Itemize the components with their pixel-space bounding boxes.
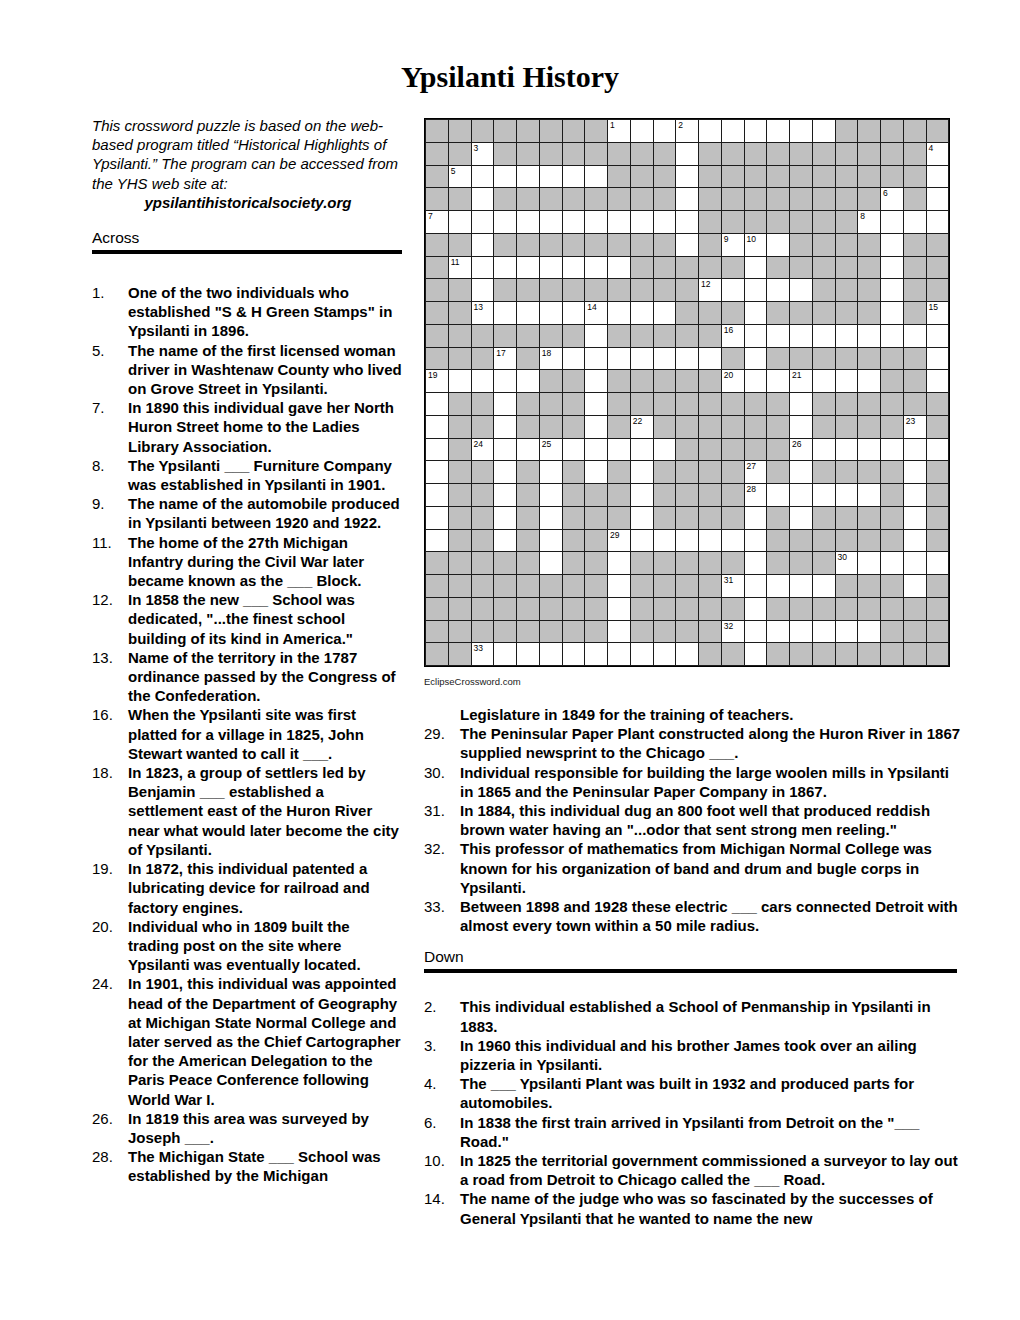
grid-cell[interactable] — [836, 370, 858, 392]
grid-cell[interactable] — [517, 257, 539, 279]
grid-block-cell — [858, 598, 880, 620]
grid-cell[interactable]: 28 — [745, 484, 767, 506]
grid-cell[interactable]: 22 — [631, 416, 653, 438]
grid-block-cell — [472, 484, 494, 506]
grid-cell[interactable] — [813, 439, 835, 461]
grid-block-cell — [858, 234, 880, 256]
grid-cell[interactable]: 3 — [472, 143, 494, 165]
grid-cell[interactable] — [699, 120, 721, 142]
grid-block-cell — [699, 302, 721, 324]
grid-cell[interactable] — [517, 211, 539, 233]
grid-cell[interactable] — [904, 575, 926, 597]
grid-block-cell — [654, 143, 676, 165]
grid-block-cell — [858, 279, 880, 301]
grid-block-cell — [608, 325, 630, 347]
grid-block-cell — [745, 188, 767, 210]
grid-cell[interactable]: 2 — [676, 120, 698, 142]
grid-cell[interactable] — [676, 211, 698, 233]
grid-cell[interactable] — [654, 643, 676, 665]
grid-cell[interactable]: 25 — [540, 439, 562, 461]
grid-cell[interactable] — [494, 507, 516, 529]
grid-cell[interactable] — [608, 643, 630, 665]
grid-cell[interactable] — [745, 530, 767, 552]
grid-cell[interactable] — [767, 325, 789, 347]
grid-cell[interactable] — [927, 166, 949, 188]
grid-block-cell — [722, 302, 744, 324]
clue-item: 8.The Ypsilanti ___ Furniture Company wa… — [92, 456, 403, 494]
grid-cell[interactable] — [722, 530, 744, 552]
grid-cell[interactable] — [517, 370, 539, 392]
grid-cell[interactable] — [745, 302, 767, 324]
grid-block-cell — [426, 120, 448, 142]
grid-cell[interactable] — [494, 257, 516, 279]
grid-cell[interactable]: 20 — [722, 370, 744, 392]
grid-cell[interactable] — [676, 530, 698, 552]
grid-cell[interactable] — [881, 257, 903, 279]
grid-cell[interactable] — [585, 166, 607, 188]
grid-cell[interactable] — [608, 257, 630, 279]
grid-cell[interactable] — [540, 552, 562, 574]
grid-cell[interactable] — [472, 257, 494, 279]
grid-cell[interactable] — [540, 211, 562, 233]
grid-block-cell — [540, 416, 562, 438]
grid-block-cell — [904, 348, 926, 370]
grid-cell[interactable] — [927, 188, 949, 210]
grid-cell[interactable] — [813, 575, 835, 597]
grid-cell[interactable] — [631, 439, 653, 461]
grid-cell[interactable]: 5 — [449, 166, 471, 188]
grid-block-cell — [631, 621, 653, 643]
grid-block-cell — [472, 598, 494, 620]
grid-block-cell — [608, 188, 630, 210]
clue-item: 7.In 1890 this individual gave her North… — [92, 398, 403, 456]
grid-cell[interactable] — [654, 348, 676, 370]
grid-cell[interactable] — [813, 370, 835, 392]
grid-cell[interactable] — [517, 302, 539, 324]
grid-cell[interactable] — [540, 643, 562, 665]
grid-block-cell — [722, 257, 744, 279]
grid-cell[interactable] — [585, 370, 607, 392]
grid-cell[interactable] — [608, 348, 630, 370]
grid-block-cell — [676, 257, 698, 279]
clue-number-label: 23 — [906, 416, 915, 426]
grid-block-cell — [767, 188, 789, 210]
grid-cell[interactable] — [836, 325, 858, 347]
grid-cell[interactable] — [608, 575, 630, 597]
grid-cell[interactable] — [631, 348, 653, 370]
grid-cell[interactable] — [927, 211, 949, 233]
grid-block-cell — [836, 416, 858, 438]
grid-block-cell — [881, 507, 903, 529]
grid-cell[interactable] — [540, 166, 562, 188]
grid-cell[interactable] — [881, 279, 903, 301]
grid-block-cell — [563, 279, 585, 301]
grid-cell[interactable] — [608, 598, 630, 620]
grid-block-cell — [813, 643, 835, 665]
grid-cell[interactable]: 15 — [927, 302, 949, 324]
grid-cell[interactable] — [608, 439, 630, 461]
grid-cell[interactable] — [494, 393, 516, 415]
grid-cell[interactable] — [927, 348, 949, 370]
grid-cell[interactable]: 27 — [745, 461, 767, 483]
grid-cell[interactable] — [449, 211, 471, 233]
grid-cell[interactable] — [745, 575, 767, 597]
grid-cell[interactable]: 7 — [426, 211, 448, 233]
grid-cell[interactable] — [790, 575, 812, 597]
grid-cell[interactable] — [517, 643, 539, 665]
grid-cell[interactable] — [494, 370, 516, 392]
grid-cell[interactable] — [745, 552, 767, 574]
grid-block-cell — [426, 143, 448, 165]
grid-cell[interactable] — [790, 279, 812, 301]
grid-cell[interactable]: 29 — [608, 530, 630, 552]
grid-cell[interactable] — [426, 416, 448, 438]
grid-cell[interactable] — [767, 484, 789, 506]
grid-cell[interactable] — [472, 166, 494, 188]
grid-cell[interactable] — [631, 507, 653, 529]
grid-cell[interactable] — [494, 416, 516, 438]
grid-cell[interactable]: 26 — [790, 439, 812, 461]
grid-cell[interactable] — [426, 393, 448, 415]
grid-cell[interactable] — [540, 461, 562, 483]
grid-cell[interactable] — [927, 370, 949, 392]
grid-cell[interactable] — [563, 166, 585, 188]
clue-number: 4. — [424, 1074, 460, 1093]
grid-cell[interactable] — [472, 188, 494, 210]
grid-cell[interactable]: 10 — [745, 234, 767, 256]
grid-cell[interactable] — [745, 348, 767, 370]
grid-cell[interactable] — [654, 302, 676, 324]
grid-cell[interactable] — [563, 211, 585, 233]
grid-cell[interactable] — [836, 621, 858, 643]
grid-cell[interactable] — [881, 325, 903, 347]
grid-cell[interactable] — [767, 279, 789, 301]
grid-cell[interactable]: 6 — [881, 188, 903, 210]
grid-cell[interactable] — [722, 120, 744, 142]
grid-block-cell — [699, 507, 721, 529]
clue-item: 32.This professor of mathematics from Mi… — [424, 839, 961, 897]
down-clue-list: 2.This individual established a School o… — [424, 997, 961, 1227]
grid-cell[interactable] — [767, 621, 789, 643]
grid-cell[interactable] — [517, 439, 539, 461]
grid-cell[interactable] — [904, 461, 926, 483]
grid-cell[interactable] — [608, 621, 630, 643]
grid-cell[interactable] — [631, 643, 653, 665]
grid-block-cell — [654, 393, 676, 415]
grid-cell[interactable] — [790, 461, 812, 483]
grid-cell[interactable] — [790, 484, 812, 506]
grid-cell[interactable] — [608, 552, 630, 574]
grid-block-cell — [426, 348, 448, 370]
grid-cell[interactable] — [858, 439, 880, 461]
grid-cell[interactable] — [881, 552, 903, 574]
grid-cell[interactable] — [790, 621, 812, 643]
grid-cell[interactable]: 4 — [927, 143, 949, 165]
grid-cell[interactable]: 9 — [722, 234, 744, 256]
grid-cell[interactable] — [858, 325, 880, 347]
grid-block-cell — [699, 643, 721, 665]
grid-block-cell — [608, 393, 630, 415]
clue-text: The name of the automobile produced in Y… — [128, 494, 403, 532]
grid-cell[interactable] — [472, 234, 494, 256]
clue-number: 14. — [424, 1189, 460, 1208]
grid-block-cell — [881, 120, 903, 142]
grid-cell[interactable] — [608, 302, 630, 324]
grid-cell[interactable] — [540, 507, 562, 529]
grid-cell[interactable] — [790, 325, 812, 347]
grid-cell[interactable] — [563, 348, 585, 370]
grid-block-cell — [449, 530, 471, 552]
grid-cell[interactable]: 30 — [836, 552, 858, 574]
grid-cell[interactable] — [631, 484, 653, 506]
grid-cell[interactable] — [676, 643, 698, 665]
grid-cell[interactable] — [904, 484, 926, 506]
grid-block-cell — [722, 166, 744, 188]
clue-item: 14.The name of the judge who was so fasc… — [424, 1189, 961, 1227]
grid-block-cell — [449, 416, 471, 438]
grid-cell[interactable] — [904, 325, 926, 347]
grid-cell[interactable] — [767, 234, 789, 256]
grid-cell[interactable] — [608, 211, 630, 233]
grid-cell[interactable] — [585, 393, 607, 415]
grid-cell[interactable]: 8 — [858, 211, 880, 233]
grid-cell[interactable] — [426, 530, 448, 552]
grid-cell[interactable] — [585, 643, 607, 665]
grid-block-cell — [745, 211, 767, 233]
grid-cell[interactable] — [699, 530, 721, 552]
grid-block-cell — [563, 234, 585, 256]
grid-cell[interactable] — [631, 302, 653, 324]
grid-cell[interactable] — [585, 325, 607, 347]
grid-block-cell — [699, 325, 721, 347]
grid-cell[interactable]: 33 — [472, 643, 494, 665]
grid-cell[interactable]: 18 — [540, 348, 562, 370]
grid-cell[interactable] — [790, 120, 812, 142]
grid-cell[interactable] — [426, 507, 448, 529]
grid-block-cell — [494, 279, 516, 301]
grid-cell[interactable] — [654, 530, 676, 552]
grid-cell[interactable] — [904, 439, 926, 461]
grid-cell[interactable] — [745, 279, 767, 301]
grid-cell[interactable] — [494, 439, 516, 461]
grid-cell[interactable] — [904, 211, 926, 233]
grid-cell[interactable] — [676, 348, 698, 370]
grid-block-cell — [927, 279, 949, 301]
grid-cell[interactable] — [858, 370, 880, 392]
grid-block-cell — [790, 643, 812, 665]
grid-block-cell — [676, 461, 698, 483]
grid-block-cell — [472, 621, 494, 643]
grid-cell[interactable]: 16 — [722, 325, 744, 347]
grid-cell[interactable] — [813, 120, 835, 142]
grid-cell[interactable] — [426, 461, 448, 483]
grid-cell[interactable] — [472, 211, 494, 233]
grid-block-cell — [813, 166, 835, 188]
grid-block-cell — [904, 598, 926, 620]
grid-cell[interactable] — [585, 461, 607, 483]
grid-block-cell — [540, 143, 562, 165]
grid-block-cell — [767, 143, 789, 165]
grid-cell[interactable] — [813, 484, 835, 506]
grid-cell[interactable] — [790, 393, 812, 415]
grid-cell[interactable] — [881, 211, 903, 233]
grid-cell[interactable] — [745, 325, 767, 347]
grid-block-cell — [836, 120, 858, 142]
grid-cell[interactable]: 12 — [699, 279, 721, 301]
clue-number-label: 19 — [428, 370, 437, 380]
grid-cell[interactable] — [881, 234, 903, 256]
grid-cell[interactable] — [881, 439, 903, 461]
grid-cell[interactable] — [654, 120, 676, 142]
grid-cell[interactable] — [563, 302, 585, 324]
grid-block-cell — [790, 211, 812, 233]
grid-block-cell — [631, 234, 653, 256]
clue-number-label: 10 — [747, 234, 756, 244]
grid-cell[interactable] — [745, 507, 767, 529]
grid-cell[interactable] — [494, 166, 516, 188]
grid-cell[interactable] — [767, 370, 789, 392]
grid-cell[interactable] — [585, 439, 607, 461]
grid-cell[interactable] — [631, 461, 653, 483]
grid-cell[interactable] — [494, 484, 516, 506]
grid-cell[interactable] — [813, 621, 835, 643]
grid-cell[interactable]: 17 — [494, 348, 516, 370]
grid-block-cell — [836, 393, 858, 415]
grid-cell[interactable] — [699, 348, 721, 370]
grid-cell[interactable] — [745, 643, 767, 665]
grid-cell[interactable]: 23 — [904, 416, 926, 438]
grid-cell[interactable] — [927, 439, 949, 461]
clue-number-label: 18 — [542, 348, 551, 358]
grid-cell[interactable]: 32 — [722, 621, 744, 643]
grid-cell[interactable] — [676, 234, 698, 256]
grid-cell[interactable] — [563, 439, 585, 461]
grid-cell[interactable] — [426, 439, 448, 461]
grid-cell[interactable]: 24 — [472, 439, 494, 461]
grid-cell[interactable]: 1 — [608, 120, 630, 142]
grid-cell[interactable] — [654, 211, 676, 233]
grid-cell[interactable]: 11 — [449, 257, 471, 279]
down-heading: Down — [424, 948, 961, 966]
grid-cell[interactable] — [767, 575, 789, 597]
grid-cell[interactable] — [767, 120, 789, 142]
grid-cell[interactable] — [745, 621, 767, 643]
grid-block-cell — [608, 234, 630, 256]
grid-cell[interactable]: 14 — [585, 302, 607, 324]
clue-item: 1.One of the two individuals who establi… — [92, 283, 403, 341]
grid-cell[interactable] — [563, 257, 585, 279]
grid-cell[interactable] — [927, 552, 949, 574]
grid-cell[interactable] — [631, 211, 653, 233]
grid-cell[interactable] — [790, 507, 812, 529]
grid-cell[interactable] — [449, 370, 471, 392]
grid-cell[interactable]: 31 — [722, 575, 744, 597]
grid-cell[interactable] — [745, 257, 767, 279]
grid-cell[interactable] — [676, 188, 698, 210]
grid-cell[interactable] — [631, 120, 653, 142]
grid-block-cell — [790, 166, 812, 188]
grid-cell[interactable] — [836, 439, 858, 461]
grid-cell[interactable] — [745, 370, 767, 392]
grid-cell[interactable] — [472, 370, 494, 392]
grid-cell[interactable] — [904, 507, 926, 529]
grid-block-cell — [585, 143, 607, 165]
grid-cell[interactable] — [858, 621, 880, 643]
grid-cell[interactable] — [631, 530, 653, 552]
grid-cell[interactable] — [517, 166, 539, 188]
grid-cell[interactable] — [858, 552, 880, 574]
grid-block-cell — [790, 188, 812, 210]
grid-cell[interactable]: 21 — [790, 370, 812, 392]
grid-cell[interactable] — [585, 257, 607, 279]
grid-cell[interactable] — [745, 598, 767, 620]
grid-block-cell — [631, 575, 653, 597]
grid-block-cell — [517, 188, 539, 210]
clue-text: In 1825 the territorial government commi… — [460, 1151, 961, 1189]
grid-cell[interactable] — [494, 643, 516, 665]
grid-cell[interactable] — [540, 484, 562, 506]
grid-block-cell — [699, 257, 721, 279]
clue-text: In 1960 this individual and his brother … — [460, 1036, 961, 1074]
grid-cell[interactable] — [585, 211, 607, 233]
grid-cell[interactable]: 13 — [472, 302, 494, 324]
grid-cell[interactable] — [426, 484, 448, 506]
grid-block-cell — [858, 257, 880, 279]
grid-cell[interactable] — [494, 211, 516, 233]
grid-cell[interactable] — [904, 530, 926, 552]
grid-cell[interactable] — [676, 143, 698, 165]
grid-block-cell — [472, 325, 494, 347]
grid-block-cell — [540, 621, 562, 643]
grid-cell[interactable] — [858, 484, 880, 506]
grid-cell[interactable] — [790, 416, 812, 438]
grid-block-cell — [927, 507, 949, 529]
clue-number-label: 16 — [724, 325, 733, 335]
grid-block-cell — [836, 302, 858, 324]
across-clue-list-right: 29.The Peninsular Paper Plant constructe… — [424, 724, 961, 935]
grid-cell[interactable] — [722, 279, 744, 301]
grid-cell[interactable] — [904, 552, 926, 574]
grid-cell[interactable] — [494, 461, 516, 483]
clue-number: 2. — [424, 997, 460, 1016]
clue-item: 6.In 1838 the first train arrived in Yps… — [424, 1113, 961, 1151]
grid-cell[interactable] — [745, 120, 767, 142]
grid-cell[interactable] — [494, 530, 516, 552]
grid-block-cell — [517, 120, 539, 142]
grid-cell[interactable] — [676, 166, 698, 188]
grid-cell[interactable] — [813, 325, 835, 347]
grid-cell[interactable] — [927, 325, 949, 347]
grid-cell[interactable] — [494, 302, 516, 324]
grid-block-cell — [767, 439, 789, 461]
clue-item: 12.In 1858 the new ___ School was dedica… — [92, 590, 403, 648]
grid-cell[interactable] — [836, 484, 858, 506]
clue-number-label: 11 — [451, 257, 460, 267]
grid-cell[interactable] — [563, 643, 585, 665]
grid-cell[interactable] — [585, 348, 607, 370]
grid-cell[interactable] — [540, 302, 562, 324]
grid-cell[interactable] — [472, 279, 494, 301]
grid-cell[interactable] — [540, 257, 562, 279]
grid-block-cell — [676, 439, 698, 461]
grid-cell[interactable]: 19 — [426, 370, 448, 392]
grid-cell[interactable] — [881, 302, 903, 324]
grid-cell[interactable] — [585, 416, 607, 438]
grid-block-cell — [927, 234, 949, 256]
grid-block-cell — [881, 643, 903, 665]
grid-cell[interactable] — [540, 530, 562, 552]
grid-cell[interactable] — [654, 439, 676, 461]
